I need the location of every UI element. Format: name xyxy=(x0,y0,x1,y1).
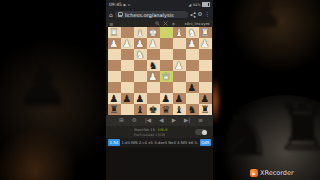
signal-icon: ◢ xyxy=(189,3,192,7)
square-a4[interactable] xyxy=(199,60,212,71)
challenges-swords-icon[interactable] xyxy=(163,21,168,26)
square-b5[interactable] xyxy=(186,71,199,82)
black-P-piece: ♟ xyxy=(201,94,210,104)
square-e8[interactable]: ♚ xyxy=(147,104,160,115)
browser-toolbar: ⌂ lichess.org/analysis ⚙ ⋮ xyxy=(106,9,213,20)
white-N-piece: ♞ xyxy=(136,50,145,60)
square-a3[interactable] xyxy=(199,49,212,60)
white-Q-piece: ♛ xyxy=(162,72,171,82)
square-h7[interactable]: ♟ xyxy=(108,93,121,104)
square-c5[interactable] xyxy=(173,71,186,82)
black-P-piece: ♟ xyxy=(123,94,132,104)
square-h2[interactable]: ♟ xyxy=(108,38,121,49)
bg-pawn-icon: ♟ xyxy=(14,52,71,116)
notifications-bell-icon[interactable] xyxy=(171,21,176,26)
square-e2[interactable]: ♟ xyxy=(147,38,160,49)
square-b8[interactable]: ♞ xyxy=(186,104,199,115)
square-f5[interactable] xyxy=(134,71,147,82)
black-P-piece: ♟ xyxy=(188,83,197,93)
square-d2[interactable] xyxy=(160,38,173,49)
square-g1[interactable] xyxy=(121,27,134,38)
bg-knight-icon: ♞ xyxy=(218,104,272,164)
square-b2[interactable]: ♟ xyxy=(186,38,199,49)
screen: ♟ ♟ ♞ ♜ 09:45 ▶ ▫ ◢ 94% ⌂ lichess.org/an… xyxy=(0,0,320,180)
square-e1[interactable]: ♚ xyxy=(147,27,160,38)
square-d5[interactable]: ♛ xyxy=(160,71,173,82)
xrecorder-icon: ▶ xyxy=(250,169,258,177)
square-f7[interactable]: ♟ xyxy=(134,93,147,104)
square-a5[interactable] xyxy=(199,71,212,82)
square-c3[interactable] xyxy=(173,49,186,60)
black-B-piece: ♝ xyxy=(136,105,145,115)
black-Q-piece: ♛ xyxy=(162,105,171,115)
square-f4[interactable] xyxy=(134,60,147,71)
eval-badge: 1.54 xyxy=(108,139,120,146)
site-menu-button[interactable]: ≡ xyxy=(109,21,114,27)
address-bar[interactable]: lichess.org/analysis xyxy=(115,11,188,18)
engine-toggle[interactable] xyxy=(195,129,207,135)
square-e5[interactable]: ♟ xyxy=(147,71,160,82)
android-status-bar: 09:45 ▶ ▫ ◢ 94% xyxy=(106,0,213,9)
black-N-piece: ♞ xyxy=(149,61,158,71)
current-move[interactable]: Qd5 xyxy=(200,139,211,146)
status-misc-icon: ▫ xyxy=(128,3,130,7)
square-c4[interactable]: ♟ xyxy=(173,60,186,71)
white-P-piece: ♟ xyxy=(149,72,158,82)
square-d3[interactable] xyxy=(160,49,173,60)
moves-text[interactable]: 1.d4 Nf6 2.c4 e5 3.dxe5 Ne4 4.Nf3 b6 5. xyxy=(121,140,198,145)
square-g6[interactable] xyxy=(121,82,134,93)
square-b7[interactable] xyxy=(186,93,199,104)
battery-percent: 94% xyxy=(193,3,201,7)
white-P-piece: ♟ xyxy=(149,39,158,49)
url-text: lichess.org/analysis xyxy=(125,12,174,18)
black-R-piece: ♜ xyxy=(110,105,119,115)
square-h4[interactable] xyxy=(108,60,121,71)
square-a2[interactable]: ♟ xyxy=(199,38,212,49)
search-icon[interactable] xyxy=(155,21,160,26)
square-c7[interactable]: ♟ xyxy=(173,93,186,104)
square-g4[interactable] xyxy=(121,60,134,71)
square-b3[interactable] xyxy=(186,49,199,60)
square-d4[interactable] xyxy=(160,60,173,71)
square-c1[interactable]: ♝ xyxy=(173,27,186,38)
next-move-icon[interactable]: ▶ xyxy=(172,118,176,124)
engine-depth: Profundidad 23/36 xyxy=(134,133,168,137)
white-N-piece: ♞ xyxy=(188,28,197,38)
square-f6[interactable] xyxy=(134,82,147,93)
black-R-piece: ♜ xyxy=(201,105,210,115)
white-P-piece: ♟ xyxy=(123,39,132,49)
black-P-piece: ♟ xyxy=(110,94,119,104)
square-h6[interactable] xyxy=(108,82,121,93)
black-P-piece: ♟ xyxy=(136,94,145,104)
square-e7[interactable] xyxy=(147,93,160,104)
square-d6[interactable] xyxy=(160,82,173,93)
chess-board: ♜♝♚♝♞♜♟♟♟♟♟♟♞♞♟♟♛♟♟♟♟♟♟♟♜♝♚♛♝♞♜ xyxy=(108,27,212,115)
square-c8[interactable]: ♝ xyxy=(173,104,186,115)
square-d1[interactable] xyxy=(160,27,173,38)
engine-info-box: Stockfish 16 · NNUE Profundidad 23/36 xyxy=(106,126,213,138)
prev-move-icon[interactable]: ◀ xyxy=(159,118,163,124)
board-menu-icon[interactable]: ⊞ xyxy=(119,118,124,124)
square-e4[interactable]: ♞ xyxy=(147,60,160,71)
black-K-piece: ♚ xyxy=(149,105,158,115)
browser-gear-button[interactable]: ⚙ xyxy=(198,12,203,18)
square-c2[interactable] xyxy=(173,38,186,49)
square-g8[interactable] xyxy=(121,104,134,115)
home-button[interactable]: ⌂ xyxy=(109,11,113,18)
white-P-piece: ♟ xyxy=(110,39,119,49)
last-move-icon[interactable]: ▶| xyxy=(184,118,190,124)
engine-settings-icon[interactable]: ⚙ xyxy=(132,118,137,124)
white-P-piece: ♟ xyxy=(188,39,197,49)
square-d8[interactable]: ♛ xyxy=(160,104,173,115)
move-list: 1.54 1.d4 Nf6 2.c4 e5 3.dxe5 Ne4 4.Nf3 b… xyxy=(106,138,213,147)
white-K-piece: ♚ xyxy=(149,28,158,38)
lock-icon xyxy=(118,12,123,17)
square-b4[interactable] xyxy=(186,60,199,71)
square-h3[interactable] xyxy=(108,49,121,60)
engine-nnue-tag: NNUE xyxy=(158,127,168,131)
square-c6[interactable] xyxy=(173,82,186,93)
square-f1[interactable]: ♝ xyxy=(134,27,147,38)
square-f3[interactable]: ♞ xyxy=(134,49,147,60)
square-g2[interactable]: ♟ xyxy=(121,38,134,49)
status-time: 09:45 xyxy=(109,2,122,7)
page-bottom-spacer xyxy=(106,147,213,180)
black-P-piece: ♟ xyxy=(162,94,171,104)
square-e3[interactable] xyxy=(147,49,160,60)
engine-name: Stockfish 16 · NNUE xyxy=(134,127,168,131)
share-button[interactable] xyxy=(190,12,196,18)
analysis-controls-bar: ⊞⚙|◀◀▶▶|≡ xyxy=(106,115,213,126)
square-b6[interactable]: ♟ xyxy=(186,82,199,93)
xrecorder-label: XRecorder xyxy=(260,169,294,177)
square-a8[interactable]: ♜ xyxy=(199,104,212,115)
white-P-piece: ♟ xyxy=(201,39,210,49)
square-a6[interactable] xyxy=(199,82,212,93)
action-menu-icon[interactable]: ≡ xyxy=(198,118,203,124)
square-a1[interactable]: ♜ xyxy=(199,27,212,38)
username[interactable]: xAni_lincuyex xyxy=(185,21,210,25)
white-P-piece: ♟ xyxy=(136,39,145,49)
xrecorder-watermark: ▶ XRecorder xyxy=(250,169,294,177)
square-h5[interactable] xyxy=(108,71,121,82)
first-move-icon[interactable]: |◀ xyxy=(145,118,151,124)
square-b1[interactable]: ♞ xyxy=(186,27,199,38)
black-P-piece: ♟ xyxy=(175,94,184,104)
white-R-piece: ♜ xyxy=(110,28,119,38)
square-f8[interactable]: ♝ xyxy=(134,104,147,115)
toggle-knob xyxy=(202,130,207,135)
white-R-piece: ♜ xyxy=(201,28,210,38)
bg-pawn-icon: ♟ xyxy=(246,0,284,34)
bg-rook-icon: ♜ xyxy=(274,96,320,160)
black-B-piece: ♝ xyxy=(175,105,184,115)
battery-icon xyxy=(202,2,210,7)
white-B-piece: ♝ xyxy=(175,28,184,38)
next-moves-text[interactable]: Nc5 xyxy=(212,140,213,145)
white-P-piece: ♟ xyxy=(175,61,184,71)
recorder-play-icon: ▶ xyxy=(123,3,126,7)
browser-menu-button[interactable]: ⋮ xyxy=(205,12,211,18)
phone-screenshot: 09:45 ▶ ▫ ◢ 94% ⌂ lichess.org/analysis ⚙… xyxy=(106,0,213,180)
square-g5[interactable] xyxy=(121,71,134,82)
square-h8[interactable]: ♜ xyxy=(108,104,121,115)
black-N-piece: ♞ xyxy=(188,105,197,115)
square-g3[interactable] xyxy=(121,49,134,60)
square-h1[interactable]: ♜ xyxy=(108,27,121,38)
square-a7[interactable]: ♟ xyxy=(199,93,212,104)
square-e6[interactable] xyxy=(147,82,160,93)
lichess-header: ≡ xAni_lincuyex xyxy=(106,20,213,27)
square-d7[interactable]: ♟ xyxy=(160,93,173,104)
white-B-piece: ♝ xyxy=(136,28,145,38)
square-f2[interactable]: ♟ xyxy=(134,38,147,49)
square-g7[interactable]: ♟ xyxy=(121,93,134,104)
